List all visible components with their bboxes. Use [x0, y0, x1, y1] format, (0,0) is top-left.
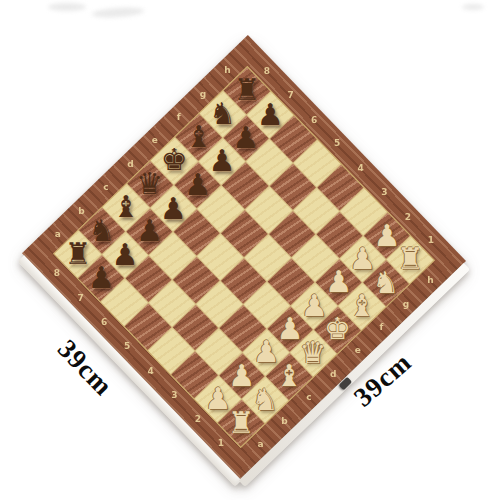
background-smudge [48, 3, 86, 11]
white-queen-d1: ♛ [297, 337, 330, 370]
background-smudge [462, 4, 484, 10]
white-king-e1: ♚ [322, 314, 355, 347]
white-bishop-c1: ♝ [273, 360, 306, 393]
product-photo: 87654321 87654321 hgfedcba hgfedcba ♜♟♟♜… [0, 0, 489, 500]
white-rook-h1: ♜ [394, 244, 427, 277]
chess-board: 87654321 87654321 hgfedcba hgfedcba ♜♟♟♜… [22, 35, 466, 479]
white-knight-g1: ♞ [370, 267, 403, 300]
background-smudge [92, 6, 145, 19]
white-rook-a1: ♜ [225, 407, 258, 440]
white-bishop-f1: ♝ [346, 290, 379, 323]
white-knight-b1: ♞ [249, 384, 282, 417]
